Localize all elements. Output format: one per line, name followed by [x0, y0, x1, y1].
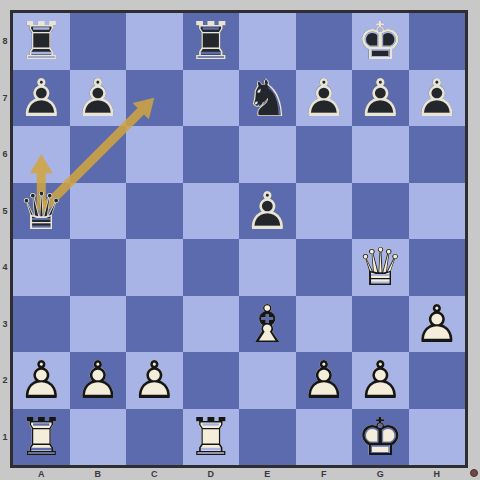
square-d4[interactable]	[183, 239, 240, 296]
rank-label-1: 1	[0, 432, 10, 442]
square-f3[interactable]	[296, 296, 353, 353]
black-pawn-f7[interactable]: ♟♙	[296, 70, 353, 127]
square-e2[interactable]	[239, 352, 296, 409]
square-e6[interactable]	[239, 126, 296, 183]
square-a3[interactable]	[13, 296, 70, 353]
rank-label-3: 3	[0, 319, 10, 329]
square-a6[interactable]	[13, 126, 70, 183]
pawn-outline-icon: ♙	[70, 70, 127, 127]
black-rook-d8[interactable]: ♜♖	[183, 13, 240, 70]
king-outline-icon: ♔	[352, 409, 409, 466]
square-f8[interactable]	[296, 13, 353, 70]
file-label-f: F	[314, 468, 334, 480]
white-pawn-f2[interactable]: ♟♙	[296, 352, 353, 409]
chess-app-window: ♜♖♜♖♚♔♟♙♟♙♞♘♟♙♟♙♟♙♛♕♟♙♛♕♝♗♟♙♟♙♟♙♟♙♟♙♟♙♜♖…	[0, 0, 480, 480]
rook-outline-icon: ♖	[13, 13, 70, 70]
rook-outline-icon: ♖	[13, 409, 70, 466]
black-pawn-b7[interactable]: ♟♙	[70, 70, 127, 127]
file-label-h: H	[427, 468, 447, 480]
pawn-outline-icon: ♙	[296, 70, 353, 127]
rank-label-6: 6	[0, 149, 10, 159]
square-f6[interactable]	[296, 126, 353, 183]
square-e8[interactable]	[239, 13, 296, 70]
rank-label-5: 5	[0, 206, 10, 216]
file-label-g: G	[370, 468, 390, 480]
file-label-d: D	[201, 468, 221, 480]
pawn-outline-icon: ♙	[70, 352, 127, 409]
white-rook-a1[interactable]: ♜♖	[13, 409, 70, 466]
pawn-outline-icon: ♙	[352, 70, 409, 127]
square-c1[interactable]	[126, 409, 183, 466]
black-queen-a5[interactable]: ♛♕	[13, 183, 70, 240]
white-pawn-h3[interactable]: ♟♙	[409, 296, 466, 353]
rank-label-8: 8	[0, 36, 10, 46]
square-a4[interactable]	[13, 239, 70, 296]
black-pawn-h7[interactable]: ♟♙	[409, 70, 466, 127]
king-outline-icon: ♔	[352, 13, 409, 70]
white-pawn-a2[interactable]: ♟♙	[13, 352, 70, 409]
white-pawn-c2[interactable]: ♟♙	[126, 352, 183, 409]
white-bishop-e3[interactable]: ♝♗	[239, 296, 296, 353]
queen-outline-icon: ♕	[352, 239, 409, 296]
square-c8[interactable]	[126, 13, 183, 70]
black-king-g8[interactable]: ♚♔	[352, 13, 409, 70]
square-h1[interactable]	[409, 409, 466, 466]
white-rook-d1[interactable]: ♜♖	[183, 409, 240, 466]
pawn-outline-icon: ♙	[239, 183, 296, 240]
black-rook-a8[interactable]: ♜♖	[13, 13, 70, 70]
file-label-c: C	[144, 468, 164, 480]
square-h2[interactable]	[409, 352, 466, 409]
pawn-outline-icon: ♙	[13, 70, 70, 127]
rook-outline-icon: ♖	[183, 409, 240, 466]
pawn-outline-icon: ♙	[13, 352, 70, 409]
pawn-outline-icon: ♙	[296, 352, 353, 409]
square-e4[interactable]	[239, 239, 296, 296]
pawn-outline-icon: ♙	[409, 70, 466, 127]
square-e1[interactable]	[239, 409, 296, 466]
square-c6[interactable]	[126, 126, 183, 183]
pawn-outline-icon: ♙	[352, 352, 409, 409]
black-pawn-g7[interactable]: ♟♙	[352, 70, 409, 127]
square-d3[interactable]	[183, 296, 240, 353]
rook-outline-icon: ♖	[183, 13, 240, 70]
square-d5[interactable]	[183, 183, 240, 240]
chess-board: ♜♖♜♖♚♔♟♙♟♙♞♘♟♙♟♙♟♙♛♕♟♙♛♕♝♗♟♙♟♙♟♙♟♙♟♙♟♙♜♖…	[10, 10, 468, 468]
square-h5[interactable]	[409, 183, 466, 240]
square-c3[interactable]	[126, 296, 183, 353]
square-f5[interactable]	[296, 183, 353, 240]
square-b4[interactable]	[70, 239, 127, 296]
square-g6[interactable]	[352, 126, 409, 183]
square-d6[interactable]	[183, 126, 240, 183]
square-h8[interactable]	[409, 13, 466, 70]
white-queen-g4[interactable]: ♛♕	[352, 239, 409, 296]
file-label-b: B	[88, 468, 108, 480]
square-b5[interactable]	[70, 183, 127, 240]
white-pawn-g2[interactable]: ♟♙	[352, 352, 409, 409]
bishop-outline-icon: ♗	[239, 296, 296, 353]
pawn-outline-icon: ♙	[126, 352, 183, 409]
square-b8[interactable]	[70, 13, 127, 70]
square-d2[interactable]	[183, 352, 240, 409]
white-king-g1[interactable]: ♚♔	[352, 409, 409, 466]
file-label-e: E	[257, 468, 277, 480]
pawn-outline-icon: ♙	[409, 296, 466, 353]
square-f1[interactable]	[296, 409, 353, 466]
resize-handle-dot	[470, 469, 478, 477]
black-pawn-e5[interactable]: ♟♙	[239, 183, 296, 240]
knight-outline-icon: ♘	[239, 70, 296, 127]
black-knight-e7[interactable]: ♞♘	[239, 70, 296, 127]
square-h6[interactable]	[409, 126, 466, 183]
square-b6[interactable]	[70, 126, 127, 183]
square-c7[interactable]	[126, 70, 183, 127]
square-b3[interactable]	[70, 296, 127, 353]
white-pawn-b2[interactable]: ♟♙	[70, 352, 127, 409]
queen-outline-icon: ♕	[13, 183, 70, 240]
square-c4[interactable]	[126, 239, 183, 296]
square-f4[interactable]	[296, 239, 353, 296]
black-pawn-a7[interactable]: ♟♙	[13, 70, 70, 127]
square-h4[interactable]	[409, 239, 466, 296]
square-g3[interactable]	[352, 296, 409, 353]
square-g5[interactable]	[352, 183, 409, 240]
square-d7[interactable]	[183, 70, 240, 127]
square-b1[interactable]	[70, 409, 127, 466]
file-label-a: A	[31, 468, 51, 480]
rank-label-2: 2	[0, 375, 10, 385]
square-c5[interactable]	[126, 183, 183, 240]
rank-label-4: 4	[0, 262, 10, 272]
rank-label-7: 7	[0, 93, 10, 103]
